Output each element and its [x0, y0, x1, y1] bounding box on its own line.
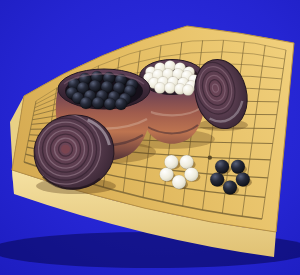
white-stone-in-bowl — [154, 82, 165, 93]
black-stone-in-bowl — [104, 98, 116, 110]
white-stone — [160, 167, 174, 181]
go-set-photo — [0, 0, 300, 275]
black-stone — [215, 160, 229, 174]
go-set-scene — [0, 0, 300, 275]
white-stone-in-bowl — [182, 84, 193, 95]
star-point — [208, 155, 212, 159]
white-stone — [164, 155, 178, 169]
white-stone-in-bowl — [164, 82, 175, 93]
black-stone-in-bowl — [92, 97, 104, 109]
black-stone — [231, 160, 245, 174]
white-stone — [172, 175, 186, 189]
black-stone — [210, 173, 224, 187]
black-stone — [223, 180, 237, 194]
white-stone — [180, 155, 194, 169]
white-stone — [184, 167, 198, 181]
black-stone-in-bowl — [80, 97, 92, 109]
black-stone — [236, 173, 250, 187]
black-stone-in-bowl — [115, 98, 127, 110]
